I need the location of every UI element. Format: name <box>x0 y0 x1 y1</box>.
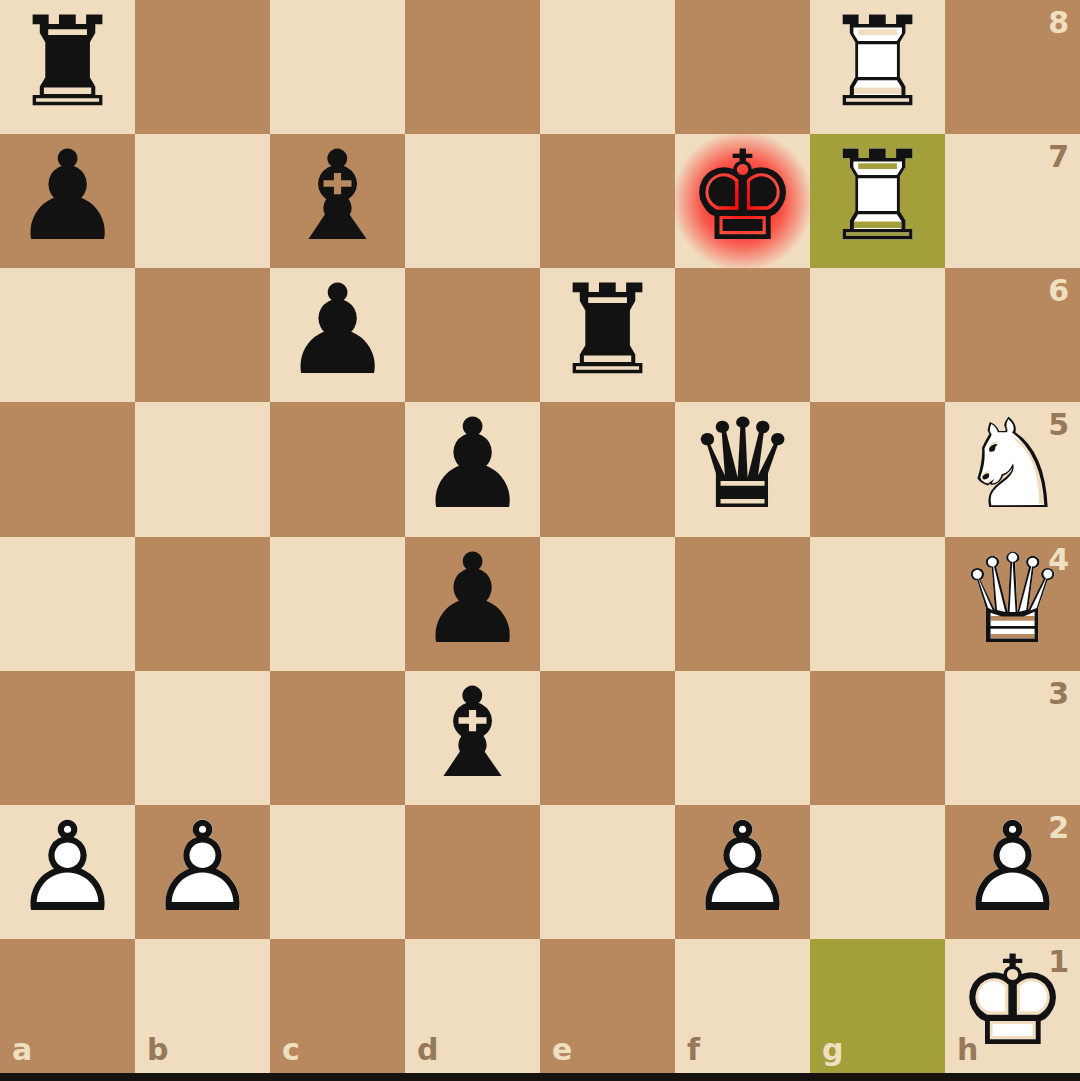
rank-label-2: 2 <box>1048 810 1069 845</box>
file-label-d: d <box>417 1032 438 1067</box>
square-c6[interactable]: ♟ <box>270 268 405 402</box>
square-h4[interactable]: ♛♕4 <box>945 537 1080 671</box>
black-pawn-glyph: ♟ <box>417 402 528 526</box>
square-f7[interactable]: ♚ <box>675 134 810 268</box>
black-king-glyph: ♚ <box>687 134 798 258</box>
black-pawn[interactable]: ♟ <box>0 134 135 268</box>
square-c2[interactable] <box>270 805 405 939</box>
square-b1[interactable]: b <box>135 939 270 1073</box>
square-f6[interactable] <box>675 268 810 402</box>
square-e7[interactable] <box>540 134 675 268</box>
rank-label-4: 4 <box>1048 542 1069 577</box>
white-pawn[interactable]: ♟♙ <box>0 805 135 939</box>
square-b4[interactable] <box>135 537 270 671</box>
white-rook[interactable]: ♜♖ <box>810 134 945 268</box>
black-rook-glyph: ♜ <box>552 268 663 392</box>
square-f5[interactable]: ♛ <box>675 402 810 536</box>
black-pawn-glyph: ♟ <box>417 537 528 661</box>
file-label-a: a <box>12 1032 32 1067</box>
square-e1[interactable]: e <box>540 939 675 1073</box>
square-g4[interactable] <box>810 537 945 671</box>
white-rook-outline: ♖ <box>822 0 933 124</box>
square-d7[interactable] <box>405 134 540 268</box>
black-pawn[interactable]: ♟ <box>270 268 405 402</box>
rank-label-8: 8 <box>1048 5 1069 40</box>
square-b2[interactable]: ♟♙ <box>135 805 270 939</box>
black-bishop[interactable]: ♝ <box>405 671 540 805</box>
square-g1[interactable]: g <box>810 939 945 1073</box>
square-a7[interactable]: ♟ <box>0 134 135 268</box>
rank-label-5: 5 <box>1048 407 1069 442</box>
bottom-bar <box>0 1073 1080 1081</box>
square-f8[interactable] <box>675 0 810 134</box>
square-e6[interactable]: ♜ <box>540 268 675 402</box>
file-label-f: f <box>687 1032 700 1067</box>
black-queen-glyph: ♛ <box>687 402 798 526</box>
black-pawn[interactable]: ♟ <box>405 402 540 536</box>
square-g3[interactable] <box>810 671 945 805</box>
square-c5[interactable] <box>270 402 405 536</box>
rank-label-1: 1 <box>1048 944 1069 979</box>
white-rook[interactable]: ♜♖ <box>810 0 945 134</box>
square-a8[interactable]: ♜ <box>0 0 135 134</box>
square-h5[interactable]: ♞♘5 <box>945 402 1080 536</box>
square-a2[interactable]: ♟♙ <box>0 805 135 939</box>
white-pawn-outline: ♙ <box>12 805 123 929</box>
square-b7[interactable] <box>135 134 270 268</box>
white-pawn[interactable]: ♟♙ <box>675 805 810 939</box>
square-g2[interactable] <box>810 805 945 939</box>
rank-label-6: 6 <box>1048 273 1069 308</box>
square-c4[interactable] <box>270 537 405 671</box>
black-king[interactable]: ♚ <box>675 134 810 268</box>
square-g5[interactable] <box>810 402 945 536</box>
square-d6[interactable] <box>405 268 540 402</box>
black-queen[interactable]: ♛ <box>675 402 810 536</box>
square-b3[interactable] <box>135 671 270 805</box>
square-a1[interactable]: a <box>0 939 135 1073</box>
white-pawn-outline: ♙ <box>687 805 798 929</box>
square-c8[interactable] <box>270 0 405 134</box>
square-f4[interactable] <box>675 537 810 671</box>
square-e4[interactable] <box>540 537 675 671</box>
square-b5[interactable] <box>135 402 270 536</box>
square-a5[interactable] <box>0 402 135 536</box>
file-label-e: e <box>552 1032 572 1067</box>
square-h1[interactable]: ♚♔1h <box>945 939 1080 1073</box>
square-e2[interactable] <box>540 805 675 939</box>
square-a4[interactable] <box>0 537 135 671</box>
square-c7[interactable]: ♝ <box>270 134 405 268</box>
white-pawn-outline: ♙ <box>147 805 258 929</box>
rank-label-7: 7 <box>1048 139 1069 174</box>
square-e3[interactable] <box>540 671 675 805</box>
square-e8[interactable] <box>540 0 675 134</box>
square-d1[interactable]: d <box>405 939 540 1073</box>
square-g6[interactable] <box>810 268 945 402</box>
square-f3[interactable] <box>675 671 810 805</box>
square-a6[interactable] <box>0 268 135 402</box>
black-pawn[interactable]: ♟ <box>405 537 540 671</box>
file-label-g: g <box>822 1032 843 1067</box>
black-rook-glyph: ♜ <box>12 0 123 124</box>
square-h2[interactable]: ♟♙2 <box>945 805 1080 939</box>
square-e5[interactable] <box>540 402 675 536</box>
square-d5[interactable]: ♟ <box>405 402 540 536</box>
black-bishop-glyph: ♝ <box>282 134 393 258</box>
square-g7[interactable]: ♜♖ <box>810 134 945 268</box>
file-label-c: c <box>282 1032 300 1067</box>
file-label-h: h <box>957 1032 978 1067</box>
square-h3[interactable]: 3 <box>945 671 1080 805</box>
square-h6[interactable]: 6 <box>945 268 1080 402</box>
square-g8[interactable]: ♜♖ <box>810 0 945 134</box>
black-rook[interactable]: ♜ <box>0 0 135 134</box>
square-d8[interactable] <box>405 0 540 134</box>
square-d4[interactable]: ♟ <box>405 537 540 671</box>
square-c3[interactable] <box>270 671 405 805</box>
black-pawn-glyph: ♟ <box>282 268 393 392</box>
chess-board: ♜♜♖8♟♝♚♜♖7♟♜6♟♛♞♘5♟♛♕4♝3♟♙♟♙♟♙♟♙2abcdefg… <box>0 0 1080 1073</box>
square-d2[interactable] <box>405 805 540 939</box>
black-rook[interactable]: ♜ <box>540 268 675 402</box>
square-f2[interactable]: ♟♙ <box>675 805 810 939</box>
square-a3[interactable] <box>0 671 135 805</box>
black-pawn-glyph: ♟ <box>12 134 123 258</box>
white-pawn[interactable]: ♟♙ <box>135 805 270 939</box>
square-d3[interactable]: ♝ <box>405 671 540 805</box>
white-rook-outline: ♖ <box>822 134 933 258</box>
black-bishop-glyph: ♝ <box>417 671 528 795</box>
square-c1[interactable]: c <box>270 939 405 1073</box>
black-bishop[interactable]: ♝ <box>270 134 405 268</box>
square-b6[interactable] <box>135 268 270 402</box>
square-h8[interactable]: 8 <box>945 0 1080 134</box>
file-label-b: b <box>147 1032 168 1067</box>
square-h7[interactable]: 7 <box>945 134 1080 268</box>
square-b8[interactable] <box>135 0 270 134</box>
square-f1[interactable]: f <box>675 939 810 1073</box>
rank-label-3: 3 <box>1048 676 1069 711</box>
